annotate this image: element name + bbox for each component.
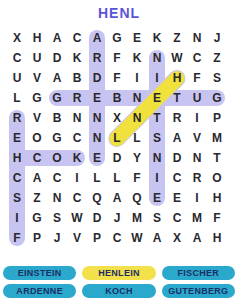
grid-cell[interactable]: V — [187, 128, 207, 148]
grid-cell[interactable]: M — [187, 208, 207, 228]
grid-cell[interactable]: N — [67, 108, 87, 128]
grid-cell[interactable]: I — [67, 168, 87, 188]
grid-cell[interactable]: I — [187, 188, 207, 208]
grid-cell[interactable]: S — [147, 128, 167, 148]
grid-cell[interactable]: P — [27, 228, 47, 248]
grid-cell[interactable]: U — [7, 68, 27, 88]
grid-cell[interactable]: I — [7, 208, 27, 228]
grid-cell[interactable]: E — [127, 28, 147, 48]
grid-cell[interactable]: G — [47, 128, 67, 148]
grid-cell[interactable]: C — [67, 188, 87, 208]
grid-cell[interactable]: N — [147, 48, 167, 68]
grid-cell[interactable]: P — [207, 108, 227, 128]
grid-cell[interactable]: E — [147, 188, 167, 208]
grid-cell[interactable]: Y — [127, 148, 147, 168]
word-search-board: XHACAGEKZNJCUDKRFKNWCZUVABDFIIHFSLGGREBN… — [7, 28, 227, 248]
word-chip-koch: KOCH — [82, 284, 155, 298]
grid-cell[interactable]: A — [87, 28, 107, 48]
word-chip-gutenberg: GUTENBERG — [162, 284, 235, 298]
word-chip-einstein: EINSTEIN — [3, 266, 76, 280]
grid-cell[interactable]: H — [207, 188, 227, 208]
grid-cell[interactable]: J — [47, 228, 67, 248]
grid-cell[interactable]: O — [47, 148, 67, 168]
grid-cell[interactable]: X — [167, 228, 187, 248]
grid-cell[interactable]: G — [47, 88, 67, 108]
grid-cell[interactable]: E — [167, 188, 187, 208]
grid-cell[interactable]: N — [147, 148, 167, 168]
grid-cell[interactable]: W — [167, 48, 187, 68]
word-chip-henlein: HENLEIN — [82, 266, 155, 280]
grid-cell[interactable]: C — [167, 208, 187, 228]
grid-cell[interactable]: X — [107, 108, 127, 128]
grid-cell[interactable]: E — [147, 88, 167, 108]
grid-cell[interactable]: A — [187, 228, 207, 248]
grid-cell[interactable]: V — [27, 108, 47, 128]
grid-cell[interactable]: S — [47, 208, 67, 228]
grid-cell[interactable]: C — [67, 28, 87, 48]
grid-cell[interactable]: K — [147, 28, 167, 48]
grid-cell[interactable]: E — [7, 128, 27, 148]
grid-cell[interactable]: Z — [207, 48, 227, 68]
grid-cell[interactable]: O — [27, 128, 47, 148]
grid-cell[interactable]: D — [87, 208, 107, 228]
word-list: EINSTEINHENLEINFISCHERARDENNEKOCHGUTENBE… — [0, 266, 238, 298]
grid-cell[interactable]: A — [47, 28, 67, 48]
grid-cell[interactable]: C — [187, 48, 207, 68]
grid-cell[interactable]: N — [87, 108, 107, 128]
grid-cell[interactable]: H — [27, 28, 47, 48]
grid-cell[interactable]: K — [127, 48, 147, 68]
grid-cell[interactable]: M — [127, 208, 147, 228]
grid-cell[interactable]: F — [107, 48, 127, 68]
grid-cell[interactable]: L — [107, 128, 127, 148]
grid-cell[interactable]: G — [107, 28, 127, 48]
grid-cell[interactable]: N — [127, 108, 147, 128]
grid-cell[interactable]: E — [87, 148, 107, 168]
grid-cell[interactable]: R — [67, 88, 87, 108]
grid-cell[interactable]: Q — [87, 188, 107, 208]
grid-cell[interactable]: X — [7, 28, 27, 48]
grid-cell[interactable]: W — [127, 228, 147, 248]
grid-cell[interactable]: T — [207, 148, 227, 168]
grid-cell[interactable]: C — [27, 148, 47, 168]
grid-cell[interactable]: N — [187, 148, 207, 168]
grid-cell[interactable]: H — [207, 228, 227, 248]
grid-cell[interactable]: F — [127, 168, 147, 188]
grid-cell[interactable]: L — [127, 128, 147, 148]
grid-cell[interactable]: D — [107, 148, 127, 168]
grid-cell[interactable]: P — [87, 228, 107, 248]
grid-cell[interactable]: A — [47, 68, 67, 88]
grid-cell[interactable]: L — [7, 88, 27, 108]
grid-cell[interactable]: Z — [167, 28, 187, 48]
grid-cell[interactable]: R — [187, 168, 207, 188]
grid-cell[interactable]: V — [27, 68, 47, 88]
grid-cell[interactable]: B — [107, 88, 127, 108]
letter-grid: XHACAGEKZNJCUDKRFKNWCZUVABDFIIHFSLGGREBN… — [7, 28, 227, 248]
grid-cell[interactable]: J — [207, 28, 227, 48]
grid-cell[interactable]: C — [7, 168, 27, 188]
grid-cell[interactable]: D — [167, 148, 187, 168]
grid-cell[interactable]: S — [207, 68, 227, 88]
current-selection-text: HENL — [0, 5, 238, 21]
word-chip-fischer: FISCHER — [162, 266, 235, 280]
grid-cell[interactable]: A — [107, 188, 127, 208]
grid-cell[interactable]: I — [147, 68, 167, 88]
grid-cell[interactable]: E — [87, 88, 107, 108]
grid-cell[interactable]: V — [67, 228, 87, 248]
word-search-app: HENL XHACAGEKZNJCUDKRFKNWCZUVABDFIIHFSLG… — [0, 0, 238, 300]
grid-cell[interactable]: G — [207, 88, 227, 108]
grid-cell[interactable]: J — [107, 208, 127, 228]
grid-cell[interactable]: F — [207, 208, 227, 228]
grid-cell[interactable]: C — [67, 128, 87, 148]
grid-cell[interactable]: U — [27, 48, 47, 68]
word-chip-ardenne: ARDENNE — [3, 284, 76, 298]
grid-cell[interactable]: U — [187, 88, 207, 108]
grid-cell[interactable]: G — [27, 88, 47, 108]
grid-cell[interactable]: L — [87, 168, 107, 188]
grid-cell[interactable]: I — [147, 168, 167, 188]
grid-cell[interactable]: B — [67, 68, 87, 88]
grid-cell[interactable]: T — [167, 88, 187, 108]
grid-cell[interactable]: C — [167, 168, 187, 188]
grid-cell[interactable]: R — [167, 108, 187, 128]
grid-cell[interactable]: N — [127, 88, 147, 108]
grid-cell[interactable]: C — [107, 228, 127, 248]
grid-cell[interactable]: D — [87, 68, 107, 88]
grid-cell[interactable]: Z — [27, 188, 47, 208]
grid-cell[interactable]: F — [187, 68, 207, 88]
grid-cell[interactable]: N — [187, 28, 207, 48]
grid-cell[interactable]: N — [47, 188, 67, 208]
grid-cell[interactable]: D — [47, 48, 67, 68]
grid-cell[interactable]: O — [207, 168, 227, 188]
grid-cell[interactable]: S — [147, 208, 167, 228]
grid-cell[interactable]: C — [47, 168, 67, 188]
grid-cell[interactable]: K — [67, 48, 87, 68]
grid-cell[interactable]: I — [187, 108, 207, 128]
grid-cell[interactable]: F — [107, 68, 127, 88]
grid-cell[interactable]: R — [87, 48, 107, 68]
grid-cell[interactable]: I — [127, 68, 147, 88]
grid-cell[interactable]: G — [27, 208, 47, 228]
grid-cell[interactable]: F — [7, 228, 27, 248]
grid-cell[interactable]: A — [167, 128, 187, 148]
grid-cell[interactable]: C — [7, 48, 27, 68]
grid-cell[interactable]: W — [67, 208, 87, 228]
grid-cell[interactable]: R — [7, 108, 27, 128]
grid-cell[interactable]: K — [67, 148, 87, 168]
grid-cell[interactable]: Q — [127, 188, 147, 208]
grid-cell[interactable]: A — [27, 168, 47, 188]
grid-cell[interactable]: B — [47, 108, 67, 128]
grid-cell[interactable]: H — [7, 148, 27, 168]
grid-cell[interactable]: N — [87, 128, 107, 148]
grid-cell[interactable]: T — [147, 108, 167, 128]
grid-cell[interactable]: A — [147, 228, 167, 248]
grid-cell[interactable]: H — [167, 68, 187, 88]
grid-cell[interactable]: L — [107, 168, 127, 188]
grid-cell[interactable]: M — [207, 128, 227, 148]
grid-cell[interactable]: S — [7, 188, 27, 208]
